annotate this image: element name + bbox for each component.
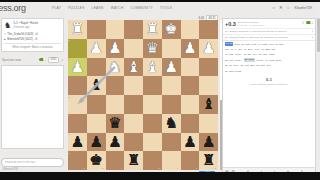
move[interactable]: 19. Rg3 xyxy=(225,53,233,56)
square-b3[interactable] xyxy=(181,58,200,77)
game-meta-top: ♞ 5+5 • Rapid • Rated 4 minutes ago xyxy=(4,21,61,30)
square-c4[interactable] xyxy=(162,76,181,95)
black-pawn-g7[interactable]: ♟ xyxy=(87,133,106,152)
square-g1[interactable] xyxy=(87,20,106,39)
black-rook-e8[interactable]: ♜ xyxy=(124,151,143,170)
square-c5[interactable] xyxy=(162,95,181,114)
square-d5[interactable] xyxy=(143,95,162,114)
black-pawn-b7[interactable]: ♟ xyxy=(181,133,200,152)
square-h5[interactable] xyxy=(68,95,87,114)
time-control: 5+5 • Rapid • Rated xyxy=(13,21,38,25)
pv-moves: 12... Bh5 13. g4 Bg6 14. Bxg6 hxg6 15. Q… xyxy=(225,36,312,38)
move[interactable]: Qxf4 xyxy=(255,48,260,51)
square-c2[interactable] xyxy=(162,39,181,58)
speed-knight-icon: ♞ xyxy=(4,21,11,30)
move[interactable]: 26. Ka2 xyxy=(241,64,249,67)
player-color-icon: ● xyxy=(4,37,6,41)
nav-item-play[interactable]: PLAY xyxy=(52,6,61,10)
move-list[interactable]: 12. h3Bxf313. gxf3Qxf314. Rdg1Ne515. Be2… xyxy=(223,40,315,75)
username[interactable]: KhanhnT09 xyxy=(294,6,312,10)
game-result: 0-1 xyxy=(223,77,315,82)
nav-menu: PLAYPUZZLESLEARNWATCHCOMMUNITYTOOLS xyxy=(52,6,172,10)
move[interactable]: Qe4 xyxy=(253,53,258,56)
black-bishop-g4[interactable]: ♝ xyxy=(87,76,106,95)
square-g5[interactable] xyxy=(87,95,106,114)
white-bishop-d3[interactable]: ♝ xyxy=(143,58,162,77)
nav-item-learn[interactable]: LEARN xyxy=(92,6,104,10)
letterbox-bottom xyxy=(0,172,320,180)
move[interactable]: 22. Qe1 xyxy=(225,59,234,62)
engine-menu-icon[interactable]: ≡ xyxy=(302,21,304,25)
square-e4[interactable] xyxy=(124,76,143,95)
move-list-line: 28. Qd2Qxd2 xyxy=(225,69,313,74)
engine-header: +0.3 Stockfish 16 NNUE Depth 22 · in loc… xyxy=(223,19,315,28)
move[interactable]: 27. Qd7 xyxy=(256,64,265,67)
coord-rank-4: 4 xyxy=(69,77,70,79)
chess-board[interactable]: ♜♜♚♟♟♟♟♟♞♛♝♝♟♝♝♞♟♟♟♛♟♟♚♜♜1234567abcdefg8… xyxy=(68,20,218,170)
chat-header: Spectator room 4460 ◿ xyxy=(1,56,64,64)
rating-delta: +6 xyxy=(35,32,38,36)
chat-expand-icon[interactable]: ◿ xyxy=(61,58,63,62)
lichess-analysis-page: lichess.org PLAYPUZZLESLEARNWATCHCOMMUNI… xyxy=(0,0,320,180)
square-f4[interactable] xyxy=(106,76,125,95)
coord-file-f: f xyxy=(121,167,122,169)
square-d4[interactable] xyxy=(143,76,162,95)
black-bishop-a5[interactable]: ♝ xyxy=(199,95,218,114)
square-a1[interactable] xyxy=(199,20,218,39)
move[interactable]: 13. gxf3 xyxy=(241,43,250,46)
time-ago: 4 minutes ago xyxy=(13,26,38,29)
white-pawn-b2[interactable]: ♟ xyxy=(181,39,200,58)
move[interactable]: 17. Bxc4 xyxy=(244,48,253,51)
move[interactable]: Qxf3 xyxy=(251,43,256,46)
move[interactable]: Qf3 xyxy=(271,48,275,51)
square-c7[interactable] xyxy=(162,133,181,152)
game-result-note: White resigned • Black is victorious. xyxy=(223,83,315,86)
nav-item-puzzles[interactable]: PUZZLES xyxy=(68,6,84,10)
black-king-g8[interactable]: ♚ xyxy=(87,151,106,170)
move[interactable]: Re1+ xyxy=(233,64,239,67)
square-b4[interactable] xyxy=(181,76,200,95)
square-f1[interactable] xyxy=(106,20,125,39)
white-king-c1[interactable]: ♚ xyxy=(162,20,181,39)
chat-toggle[interactable] xyxy=(39,58,46,62)
white-rook-d1[interactable]: ♜ xyxy=(143,20,162,39)
players-list: ○The_Drake90 (1443)+6●MonsterbT09 (1422)… xyxy=(4,32,61,42)
square-g3[interactable] xyxy=(87,58,106,77)
white-pawn-g2[interactable]: ♟ xyxy=(87,39,106,58)
black-queen-f6[interactable]: ♛ xyxy=(106,114,125,133)
coord-rank-8: 8 xyxy=(69,152,70,154)
move[interactable]: Qc1 xyxy=(266,64,270,67)
move[interactable]: Qf6 xyxy=(225,48,229,51)
nav-item-tools[interactable]: TOOLS xyxy=(160,6,172,10)
square-e6[interactable] xyxy=(124,114,143,133)
white-pawn-c3[interactable]: ♟ xyxy=(162,58,181,77)
move[interactable]: Rxd1+ xyxy=(235,59,242,62)
square-g6[interactable] xyxy=(87,114,106,133)
move[interactable]: 23. Qxd1 xyxy=(244,58,255,62)
move[interactable]: Ne5 xyxy=(269,43,273,46)
white-pawn-a2[interactable]: ♟ xyxy=(199,39,218,58)
coord-file-h: h xyxy=(84,167,85,169)
coord-file-c: c xyxy=(177,167,178,169)
move[interactable]: 24. Qd2 xyxy=(265,59,274,62)
white-knight-f3[interactable]: ♞ xyxy=(106,58,125,77)
chat-input[interactable] xyxy=(1,158,64,167)
move[interactable]: Bxf3 xyxy=(235,43,240,46)
square-h6[interactable] xyxy=(68,114,87,133)
move[interactable]: 28. Qd2 xyxy=(225,70,234,73)
notifications-icon[interactable]: ○ xyxy=(287,5,290,10)
square-b6[interactable] xyxy=(181,114,200,133)
black-pawn-a7[interactable]: ♟ xyxy=(199,133,218,152)
move[interactable]: 15. Be2 xyxy=(275,43,283,46)
move[interactable]: 18. Bd3 xyxy=(261,48,269,51)
white-bishop-e3[interactable]: ♝ xyxy=(124,58,143,77)
black-pawn-f7[interactable]: ♟ xyxy=(106,133,125,152)
challenge-icon[interactable]: ✕ xyxy=(279,5,283,10)
move[interactable]: Qxe3+ xyxy=(257,59,264,62)
nav-item-watch[interactable]: WATCH xyxy=(111,6,124,10)
square-h2[interactable] xyxy=(68,39,87,58)
square-b5[interactable] xyxy=(181,95,200,114)
move[interactable]: Qxd2 xyxy=(235,70,241,73)
player-row[interactable]: ○The_Drake90 (1443)+6 xyxy=(4,32,61,36)
sidebar: ♞ 5+5 • Rapid • Rated 4 minutes ago ○The… xyxy=(1,18,64,171)
engine-pv-lines: 12... Bxf3 13. gxf3 Qxf3 14. Rdg1 Ne5 15… xyxy=(223,28,315,40)
scrollbar-thumb[interactable] xyxy=(317,18,320,52)
chat-count-badge: 4460 xyxy=(48,57,59,63)
engine-meta: Depth 22 · in local browser xyxy=(238,24,300,26)
chat-title: Spectator room xyxy=(2,58,37,62)
square-d7[interactable] xyxy=(143,133,162,152)
coord-rank-5: 5 xyxy=(69,96,70,98)
engine-controls: ≡ xyxy=(302,21,313,25)
player-name: MonsterbT09 (1422) xyxy=(7,37,32,41)
move[interactable]: 25. a3 xyxy=(225,64,232,67)
white-pawn-f2[interactable]: ♟ xyxy=(106,39,125,58)
square-e1[interactable] xyxy=(124,20,143,39)
white-rook-h1[interactable]: ♜ xyxy=(68,20,87,39)
nav-right: ⌕✕○ KhanhnT09 xyxy=(272,5,312,10)
page-scrollbar[interactable] xyxy=(316,2,320,172)
site-logo[interactable]: lichess.org xyxy=(0,2,46,15)
game-meta-card: ♞ 5+5 • Rapid • Rated 4 minutes ago ○The… xyxy=(1,18,64,52)
active-move[interactable]: 12. h3 xyxy=(225,42,233,46)
site-logo-text[interactable]: lichess.org xyxy=(0,3,26,13)
white-queen-d2[interactable]: ♛ xyxy=(143,39,162,58)
move[interactable]: 14. Rdg1 xyxy=(258,43,268,46)
move[interactable]: 16. f4 xyxy=(230,48,236,51)
sidebar-result-note: White resigned • Black is victorious xyxy=(4,43,61,49)
move[interactable]: 21. Rg1 xyxy=(259,53,267,56)
move[interactable]: Qxh1+ xyxy=(235,53,242,56)
rating-delta: −6 xyxy=(34,37,37,41)
coord-file-d: d xyxy=(159,167,160,169)
letterbox-top xyxy=(0,0,320,2)
chat-footer: | MonarchT09 xyxy=(1,168,64,171)
engine-toggle[interactable] xyxy=(306,21,313,25)
pv-moves: 12... Bxf3 13. gxf3 Qxf3 14. Rdg1 Ne5 15… xyxy=(225,30,312,32)
pv-expand-icon[interactable]: ▾ xyxy=(312,30,313,33)
white-pawn-h3[interactable]: ♟ xyxy=(68,58,87,77)
player-name: The_Drake90 (1443) xyxy=(7,32,33,36)
chat-messages[interactable] xyxy=(1,65,64,149)
nav-item-community[interactable]: COMMUNITY xyxy=(131,6,153,10)
square-a3[interactable] xyxy=(199,58,218,77)
coord-rank-6: 6 xyxy=(69,114,70,116)
top-nav: lichess.org PLAYPUZZLESLEARNWATCHCOMMUNI… xyxy=(0,2,320,15)
square-e5[interactable] xyxy=(124,95,143,114)
coord-file-b: b xyxy=(196,167,197,169)
pv-expand-icon[interactable]: ▾ xyxy=(312,36,313,39)
square-e2[interactable] xyxy=(124,39,143,58)
square-e7[interactable] xyxy=(124,133,143,152)
player-color-icon: ○ xyxy=(4,32,6,36)
move[interactable]: Nc4 xyxy=(238,48,242,51)
nav-icons: ⌕✕○ xyxy=(272,5,289,10)
black-rook-a8[interactable]: ♜ xyxy=(199,151,218,170)
analysis-panel: +0.3 Stockfish 16 NNUE Depth 22 · in loc… xyxy=(222,18,316,176)
square-f5[interactable] xyxy=(106,95,125,114)
square-d6[interactable] xyxy=(143,114,162,133)
move[interactable]: 20. Bf1 xyxy=(244,53,252,56)
search-icon[interactable]: ⌕ xyxy=(272,5,275,10)
board-area: 4:41 43:21 ♜♜♚♟♟♟♟♟♞♛♝♝♟♝♝♞♟♟♟♛♟♟♚♜♜1234… xyxy=(68,20,218,170)
square-h4[interactable] xyxy=(68,76,87,95)
square-a4[interactable] xyxy=(199,76,218,95)
eval-value: +0.3 xyxy=(225,21,236,27)
player-row[interactable]: ●MonsterbT09 (1422)−6 xyxy=(4,37,61,41)
coord-rank-2: 2 xyxy=(69,39,70,41)
move[interactable]: Qxg1 xyxy=(275,59,281,62)
app-window: lichess.org PLAYPUZZLESLEARNWATCHCOMMUNI… xyxy=(0,2,320,172)
square-b1[interactable] xyxy=(181,20,200,39)
black-knight-c6[interactable]: ♞ xyxy=(162,114,181,133)
move[interactable]: Bb6 xyxy=(250,64,254,67)
move[interactable]: Rad8 xyxy=(269,53,275,56)
black-pawn-h7[interactable]: ♟ xyxy=(68,133,87,152)
square-a6[interactable] xyxy=(199,114,218,133)
